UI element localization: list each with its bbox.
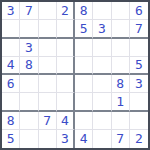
given-cell-r1c2: 7 — [20, 2, 38, 20]
given-cell-r8c7: 7 — [112, 130, 130, 148]
empty-cell-r6c2[interactable] — [20, 93, 38, 111]
empty-cell-r3c5[interactable] — [75, 39, 93, 57]
empty-cell-r5c2[interactable] — [20, 75, 38, 93]
empty-cell-r2c3[interactable] — [39, 20, 57, 38]
empty-cell-r2c1[interactable] — [2, 20, 20, 38]
given-cell-r5c7: 8 — [112, 75, 130, 93]
empty-cell-r1c3[interactable] — [39, 2, 57, 20]
given-cell-r5c8: 3 — [130, 75, 148, 93]
empty-cell-r5c3[interactable] — [39, 75, 57, 93]
empty-cell-r4c6[interactable] — [93, 57, 111, 75]
empty-cell-r3c3[interactable] — [39, 39, 57, 57]
given-cell-r6c7: 1 — [112, 93, 130, 111]
given-cell-r1c5: 8 — [75, 2, 93, 20]
empty-cell-r8c3[interactable] — [39, 130, 57, 148]
empty-cell-r4c3[interactable] — [39, 57, 57, 75]
given-cell-r4c8: 5 — [130, 57, 148, 75]
empty-cell-r5c6[interactable] — [93, 75, 111, 93]
given-cell-r8c8: 2 — [130, 130, 148, 148]
given-cell-r5c1: 6 — [2, 75, 20, 93]
empty-cell-r3c4[interactable] — [57, 39, 75, 57]
empty-cell-r6c4[interactable] — [57, 93, 75, 111]
given-cell-r2c5: 5 — [75, 20, 93, 38]
empty-cell-r7c8[interactable] — [130, 112, 148, 130]
empty-cell-r7c6[interactable] — [93, 112, 111, 130]
empty-cell-r4c7[interactable] — [112, 57, 130, 75]
given-cell-r1c4: 2 — [57, 2, 75, 20]
empty-cell-r2c7[interactable] — [112, 20, 130, 38]
empty-cell-r7c2[interactable] — [20, 112, 38, 130]
empty-cell-r6c8[interactable] — [130, 93, 148, 111]
empty-cell-r4c5[interactable] — [75, 57, 93, 75]
given-cell-r2c6: 3 — [93, 20, 111, 38]
given-cell-r3c2: 3 — [20, 39, 38, 57]
empty-cell-r6c3[interactable] — [39, 93, 57, 111]
empty-cell-r7c7[interactable] — [112, 112, 130, 130]
empty-cell-r5c5[interactable] — [75, 75, 93, 93]
empty-cell-r5c4[interactable] — [57, 75, 75, 93]
empty-cell-r6c6[interactable] — [93, 93, 111, 111]
empty-cell-r3c6[interactable] — [93, 39, 111, 57]
empty-cell-r7c5[interactable] — [75, 112, 93, 130]
given-cell-r1c1: 3 — [2, 2, 20, 20]
empty-cell-r2c4[interactable] — [57, 20, 75, 38]
empty-cell-r1c7[interactable] — [112, 2, 130, 20]
given-cell-r4c1: 4 — [2, 57, 20, 75]
given-cell-r8c4: 3 — [57, 130, 75, 148]
given-cell-r7c1: 8 — [2, 112, 20, 130]
given-cell-r7c3: 7 — [39, 112, 57, 130]
given-cell-r1c8: 6 — [130, 2, 148, 20]
empty-cell-r4c4[interactable] — [57, 57, 75, 75]
given-cell-r8c5: 4 — [75, 130, 93, 148]
empty-cell-r6c5[interactable] — [75, 93, 93, 111]
empty-cell-r3c7[interactable] — [112, 39, 130, 57]
empty-cell-r8c6[interactable] — [93, 130, 111, 148]
given-cell-r8c1: 5 — [2, 130, 20, 148]
given-cell-r2c8: 7 — [130, 20, 148, 38]
empty-cell-r6c1[interactable] — [2, 93, 20, 111]
given-cell-r7c4: 4 — [57, 112, 75, 130]
sudoku-board: 372865373485683187453472 — [0, 0, 150, 150]
empty-cell-r3c1[interactable] — [2, 39, 20, 57]
given-cell-r4c2: 8 — [20, 57, 38, 75]
empty-cell-r3c8[interactable] — [130, 39, 148, 57]
empty-cell-r1c6[interactable] — [93, 2, 111, 20]
sudoku-puzzle-screenshot: 372865373485683187453472 — [0, 0, 150, 150]
empty-cell-r8c2[interactable] — [20, 130, 38, 148]
empty-cell-r2c2[interactable] — [20, 20, 38, 38]
